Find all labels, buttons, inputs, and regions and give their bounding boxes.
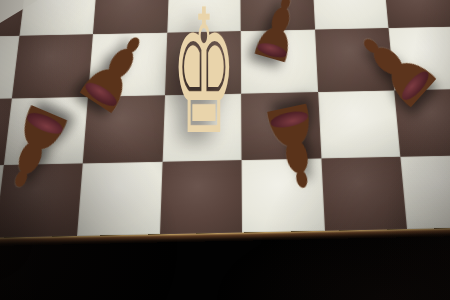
black-pawn-glyph: ♟ — [336, 10, 450, 125]
black-pawn-glyph: ♟ — [254, 85, 336, 207]
pieces-layer: ♚♟♟♟♟♟ — [0, 0, 450, 300]
white-king-glyph: ♚ — [172, 0, 237, 159]
black-pawn-glyph: ♟ — [0, 86, 83, 210]
black-pawn-5: ♟ — [228, 76, 361, 209]
chessboard-photo-scene: ♚♟♟♟♟♟ — [0, 0, 450, 300]
black-pawn-glyph: ♟ — [243, 0, 313, 78]
